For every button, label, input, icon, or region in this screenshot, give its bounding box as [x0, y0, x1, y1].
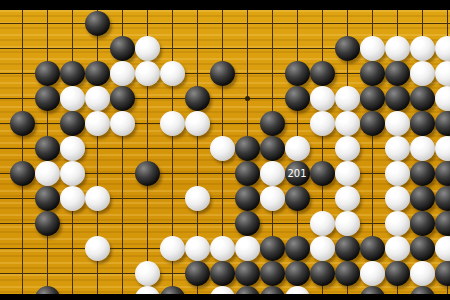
- black-stone: [35, 186, 60, 211]
- white-stone: [385, 136, 410, 161]
- white-stone: [335, 136, 360, 161]
- white-stone: [185, 111, 210, 136]
- black-stone: [410, 86, 435, 111]
- star-point: [245, 96, 250, 101]
- white-stone: [435, 86, 450, 111]
- white-stone: [435, 236, 450, 261]
- white-stone: [60, 186, 85, 211]
- black-stone: [335, 261, 360, 286]
- white-stone: [310, 86, 335, 111]
- black-stone: [360, 61, 385, 86]
- black-stone: [235, 211, 260, 236]
- white-stone: [60, 161, 85, 186]
- white-stone: [110, 111, 135, 136]
- black-stone: [360, 236, 385, 261]
- white-stone: [385, 161, 410, 186]
- black-stone: [285, 61, 310, 86]
- black-stone: [35, 136, 60, 161]
- black-stone: [410, 211, 435, 236]
- white-stone: [160, 111, 185, 136]
- black-stone: [35, 61, 60, 86]
- white-stone: [35, 161, 60, 186]
- black-stone: [10, 161, 35, 186]
- white-stone: [110, 61, 135, 86]
- white-stone: [135, 261, 160, 286]
- black-stone: [210, 61, 235, 86]
- white-stone: [310, 236, 335, 261]
- black-stone: [385, 261, 410, 286]
- black-stone: [235, 136, 260, 161]
- white-stone: [135, 36, 160, 61]
- black-stone: [310, 161, 335, 186]
- white-stone: [385, 186, 410, 211]
- black-stone: [35, 211, 60, 236]
- black-stone: [135, 161, 160, 186]
- letterbox-bar-top: [0, 0, 450, 10]
- white-stone: [260, 161, 285, 186]
- white-stone: [335, 186, 360, 211]
- black-stone: [435, 261, 450, 286]
- black-stone: [410, 236, 435, 261]
- black-stone: [160, 286, 185, 295]
- black-stone: [60, 61, 85, 86]
- black-stone: [10, 111, 35, 136]
- black-stone: [235, 261, 260, 286]
- white-stone: [210, 286, 235, 295]
- black-stone: [185, 261, 210, 286]
- white-stone: [385, 36, 410, 61]
- white-stone: [85, 86, 110, 111]
- white-stone: [360, 261, 385, 286]
- white-stone: [310, 111, 335, 136]
- white-stone: [435, 136, 450, 161]
- letterbox-bar-bottom: [0, 294, 450, 300]
- black-stone: [360, 111, 385, 136]
- white-stone: [335, 211, 360, 236]
- black-stone: [260, 261, 285, 286]
- white-stone: [410, 261, 435, 286]
- white-stone: [285, 286, 310, 295]
- white-stone: [235, 236, 260, 261]
- black-stone: [310, 261, 335, 286]
- black-stone: [410, 286, 435, 295]
- black-stone: [410, 186, 435, 211]
- white-stone: [135, 61, 160, 86]
- black-stone: [235, 161, 260, 186]
- black-stone: [235, 186, 260, 211]
- white-stone: [435, 61, 450, 86]
- black-stone: [285, 236, 310, 261]
- black-stone: [285, 186, 310, 211]
- white-stone: [210, 136, 235, 161]
- white-stone: [385, 236, 410, 261]
- black-stone: [335, 236, 360, 261]
- white-stone: [410, 61, 435, 86]
- white-stone: [410, 36, 435, 61]
- black-stone: [35, 286, 60, 295]
- white-stone: [285, 136, 310, 161]
- black-stone: [410, 111, 435, 136]
- black-stone: [360, 86, 385, 111]
- black-stone: [435, 111, 450, 136]
- black-stone: [435, 211, 450, 236]
- black-stone: [235, 286, 260, 295]
- grid-line-horizontal: [0, 23, 450, 24]
- black-stone: [335, 36, 360, 61]
- black-stone: [285, 261, 310, 286]
- black-stone: [260, 236, 285, 261]
- black-stone: [110, 86, 135, 111]
- white-stone: [360, 36, 385, 61]
- black-stone: [260, 286, 285, 295]
- white-stone: [335, 86, 360, 111]
- white-stone: [310, 211, 335, 236]
- white-stone: [410, 136, 435, 161]
- white-stone: [210, 236, 235, 261]
- black-stone: [260, 111, 285, 136]
- black-stone: [360, 286, 385, 295]
- black-stone: [310, 61, 335, 86]
- screenshot-frame: 201: [0, 0, 450, 300]
- white-stone: [385, 211, 410, 236]
- white-stone: [185, 186, 210, 211]
- black-stone: [385, 61, 410, 86]
- black-stone: [435, 161, 450, 186]
- white-stone: [335, 161, 360, 186]
- black-stone: [110, 36, 135, 61]
- black-stone: [285, 86, 310, 111]
- move-number-label: 201: [287, 169, 306, 179]
- white-stone: [335, 111, 360, 136]
- white-stone: [85, 111, 110, 136]
- black-stone: [85, 61, 110, 86]
- white-stone: [260, 186, 285, 211]
- white-stone: [385, 111, 410, 136]
- black-stone: [410, 161, 435, 186]
- black-stone: [185, 86, 210, 111]
- white-stone: [60, 86, 85, 111]
- white-stone: [135, 286, 160, 295]
- white-stone: [160, 61, 185, 86]
- white-stone: [185, 236, 210, 261]
- white-stone: [160, 236, 185, 261]
- grid-line-horizontal: [0, 223, 450, 224]
- grid-line-vertical: [22, 10, 23, 294]
- go-board[interactable]: 201: [0, 10, 450, 294]
- white-stone: [435, 36, 450, 61]
- black-stone: [385, 86, 410, 111]
- white-stone: [85, 186, 110, 211]
- black-stone: [260, 136, 285, 161]
- black-stone: [85, 11, 110, 36]
- white-stone: [60, 136, 85, 161]
- black-stone: [60, 111, 85, 136]
- black-stone: [35, 86, 60, 111]
- black-stone: [210, 261, 235, 286]
- white-stone: [85, 236, 110, 261]
- black-stone: [435, 186, 450, 211]
